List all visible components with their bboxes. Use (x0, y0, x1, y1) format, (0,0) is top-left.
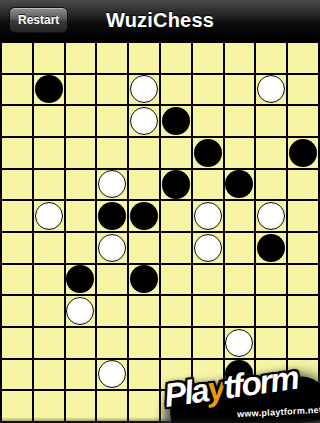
board-cell-c5-r3[interactable] (161, 138, 193, 170)
board-cell-c9-r8[interactable] (288, 296, 320, 328)
board-cell-c9-r2[interactable] (288, 106, 320, 138)
board-cell-c0-r5[interactable] (2, 201, 34, 233)
restart-button[interactable]: Restart (9, 7, 68, 33)
board-cell-c8-r2[interactable] (256, 106, 288, 138)
board-cell-c9-r6[interactable] (288, 233, 320, 265)
board-cell-c0-r11[interactable] (2, 391, 34, 423)
board-cell-c7-r6[interactable] (225, 233, 257, 265)
board-cell-c6-r4[interactable] (193, 170, 225, 202)
board-cell-c4-r10[interactable] (129, 360, 161, 392)
board-cell-c0-r3[interactable] (2, 138, 34, 170)
board-cell-c6-r9[interactable] (193, 328, 225, 360)
board-cell-c7-r7[interactable] (225, 265, 257, 297)
board-cell-c7-r3[interactable] (225, 138, 257, 170)
board-cell-c3-r11[interactable] (97, 391, 129, 423)
board-cell-c6-r5[interactable] (193, 201, 225, 233)
board-cell-c0-r2[interactable] (2, 106, 34, 138)
board-cell-c6-r6[interactable] (193, 233, 225, 265)
board-cell-c1-r4[interactable] (34, 170, 66, 202)
white-stone (130, 75, 158, 103)
board-cell-c3-r10[interactable] (97, 360, 129, 392)
white-stone (257, 75, 285, 103)
black-stone (257, 234, 285, 262)
board-cell-c0-r9[interactable] (2, 328, 34, 360)
board-cell-c6-r2[interactable] (193, 106, 225, 138)
board-cell-c3-r9[interactable] (97, 328, 129, 360)
board-cell-c8-r4[interactable] (256, 170, 288, 202)
black-stone (162, 170, 190, 198)
navigation-bar: Restart WuziChess (0, 0, 320, 41)
board-cell-c5-r4[interactable] (161, 170, 193, 202)
board-cell-c9-r7[interactable] (288, 265, 320, 297)
board-cell-c2-r4[interactable] (66, 170, 98, 202)
board-cell-c5-r2[interactable] (161, 106, 193, 138)
black-stone (35, 75, 63, 103)
board-cell-c8-r6[interactable] (256, 233, 288, 265)
white-stone (257, 202, 285, 230)
board-cell-c7-r4[interactable] (225, 170, 257, 202)
board-cell-c5-r5[interactable] (161, 201, 193, 233)
board-cell-c7-r0[interactable] (225, 43, 257, 75)
board-cell-c2-r6[interactable] (66, 233, 98, 265)
white-stone (194, 234, 222, 262)
board-cell-c3-r5[interactable] (97, 201, 129, 233)
board-cell-c4-r4[interactable] (129, 170, 161, 202)
board-cell-c2-r8[interactable] (66, 296, 98, 328)
white-stone (130, 107, 158, 135)
board-cell-c8-r1[interactable] (256, 75, 288, 107)
board-cell-c1-r11[interactable] (34, 391, 66, 423)
black-stone (225, 170, 253, 198)
board-cell-c4-r3[interactable] (129, 138, 161, 170)
black-stone (130, 202, 158, 230)
board-cell-c0-r10[interactable] (2, 360, 34, 392)
board-cell-c0-r8[interactable] (2, 296, 34, 328)
board-cell-c5-r7[interactable] (161, 265, 193, 297)
board-cell-c8-r5[interactable] (256, 201, 288, 233)
board-cell-c0-r0[interactable] (2, 43, 34, 75)
board-cell-c0-r7[interactable] (2, 265, 34, 297)
board-cell-c4-r9[interactable] (129, 328, 161, 360)
board-cell-c6-r8[interactable] (193, 296, 225, 328)
board-cell-c3-r4[interactable] (97, 170, 129, 202)
board-cell-c3-r7[interactable] (97, 265, 129, 297)
board-cell-c2-r5[interactable] (66, 201, 98, 233)
board-cell-c1-r8[interactable] (34, 296, 66, 328)
board-cell-c4-r1[interactable] (129, 75, 161, 107)
board-cell-c4-r6[interactable] (129, 233, 161, 265)
board-cell-c6-r3[interactable] (193, 138, 225, 170)
white-stone (98, 360, 126, 388)
board-cell-c4-r11[interactable] (129, 391, 161, 423)
board-cell-c2-r10[interactable] (66, 360, 98, 392)
white-stone (35, 202, 63, 230)
board-cell-c0-r6[interactable] (2, 233, 34, 265)
white-stone (98, 170, 126, 198)
black-stone (289, 139, 317, 167)
board-cell-c1-r6[interactable] (34, 233, 66, 265)
black-stone (194, 139, 222, 167)
board-cell-c4-r5[interactable] (129, 201, 161, 233)
board-cell-c1-r1[interactable] (34, 75, 66, 107)
board-cell-c1-r5[interactable] (34, 201, 66, 233)
board-cell-c8-r3[interactable] (256, 138, 288, 170)
board-cell-c2-r1[interactable] (66, 75, 98, 107)
board-cell-c4-r8[interactable] (129, 296, 161, 328)
board-cell-c6-r7[interactable] (193, 265, 225, 297)
black-stone (162, 107, 190, 135)
brand-text-pla: Pla (162, 371, 210, 414)
board-cell-c8-r8[interactable] (256, 296, 288, 328)
board-cell-c1-r7[interactable] (34, 265, 66, 297)
board-cell-c5-r8[interactable] (161, 296, 193, 328)
board-cell-c4-r0[interactable] (129, 43, 161, 75)
board-cell-c0-r1[interactable] (2, 75, 34, 107)
board-cell-c3-r8[interactable] (97, 296, 129, 328)
board-cell-c1-r9[interactable] (34, 328, 66, 360)
black-stone (130, 265, 158, 293)
board-cell-c4-r7[interactable] (129, 265, 161, 297)
board-cell-c8-r7[interactable] (256, 265, 288, 297)
board-cell-c1-r2[interactable] (34, 106, 66, 138)
board-cell-c4-r2[interactable] (129, 106, 161, 138)
board-cell-c1-r0[interactable] (34, 43, 66, 75)
board-cell-c3-r6[interactable] (97, 233, 129, 265)
board-cell-c2-r2[interactable] (66, 106, 98, 138)
board-cell-c0-r4[interactable] (2, 170, 34, 202)
board-cell-c2-r11[interactable] (66, 391, 98, 423)
white-stone (98, 234, 126, 262)
board-cell-c5-r0[interactable] (161, 43, 193, 75)
board-cell-c5-r9[interactable] (161, 328, 193, 360)
white-stone (194, 202, 222, 230)
board-cell-c8-r9[interactable] (256, 328, 288, 360)
board-cell-c6-r0[interactable] (193, 43, 225, 75)
board-cell-c7-r5[interactable] (225, 201, 257, 233)
board-cell-c2-r3[interactable] (66, 138, 98, 170)
board-cell-c2-r9[interactable] (66, 328, 98, 360)
board-cell-c5-r6[interactable] (161, 233, 193, 265)
board-cell-c2-r0[interactable] (66, 43, 98, 75)
board-cell-c7-r8[interactable] (225, 296, 257, 328)
white-stone (225, 329, 253, 357)
board-cell-c3-r1[interactable] (97, 75, 129, 107)
board-cell-c9-r1[interactable] (288, 75, 320, 107)
board-cell-c9-r3[interactable] (288, 138, 320, 170)
board-cell-c5-r1[interactable] (161, 75, 193, 107)
board-cell-c3-r0[interactable] (97, 43, 129, 75)
board-cell-c9-r5[interactable] (288, 201, 320, 233)
board-cell-c6-r1[interactable] (193, 75, 225, 107)
black-stone (66, 265, 94, 293)
board-cell-c1-r10[interactable] (34, 360, 66, 392)
board-cell-c9-r4[interactable] (288, 170, 320, 202)
board-cell-c3-r3[interactable] (97, 138, 129, 170)
board-cell-c3-r2[interactable] (97, 106, 129, 138)
board-cell-c7-r1[interactable] (225, 75, 257, 107)
board-cell-c8-r0[interactable] (256, 43, 288, 75)
white-stone (66, 297, 94, 325)
board-cell-c7-r2[interactable] (225, 106, 257, 138)
black-stone (98, 202, 126, 230)
board-cell-c1-r3[interactable] (34, 138, 66, 170)
board-cell-c9-r0[interactable] (288, 43, 320, 75)
board-cell-c7-r9[interactable] (225, 328, 257, 360)
board-cell-c2-r7[interactable] (66, 265, 98, 297)
